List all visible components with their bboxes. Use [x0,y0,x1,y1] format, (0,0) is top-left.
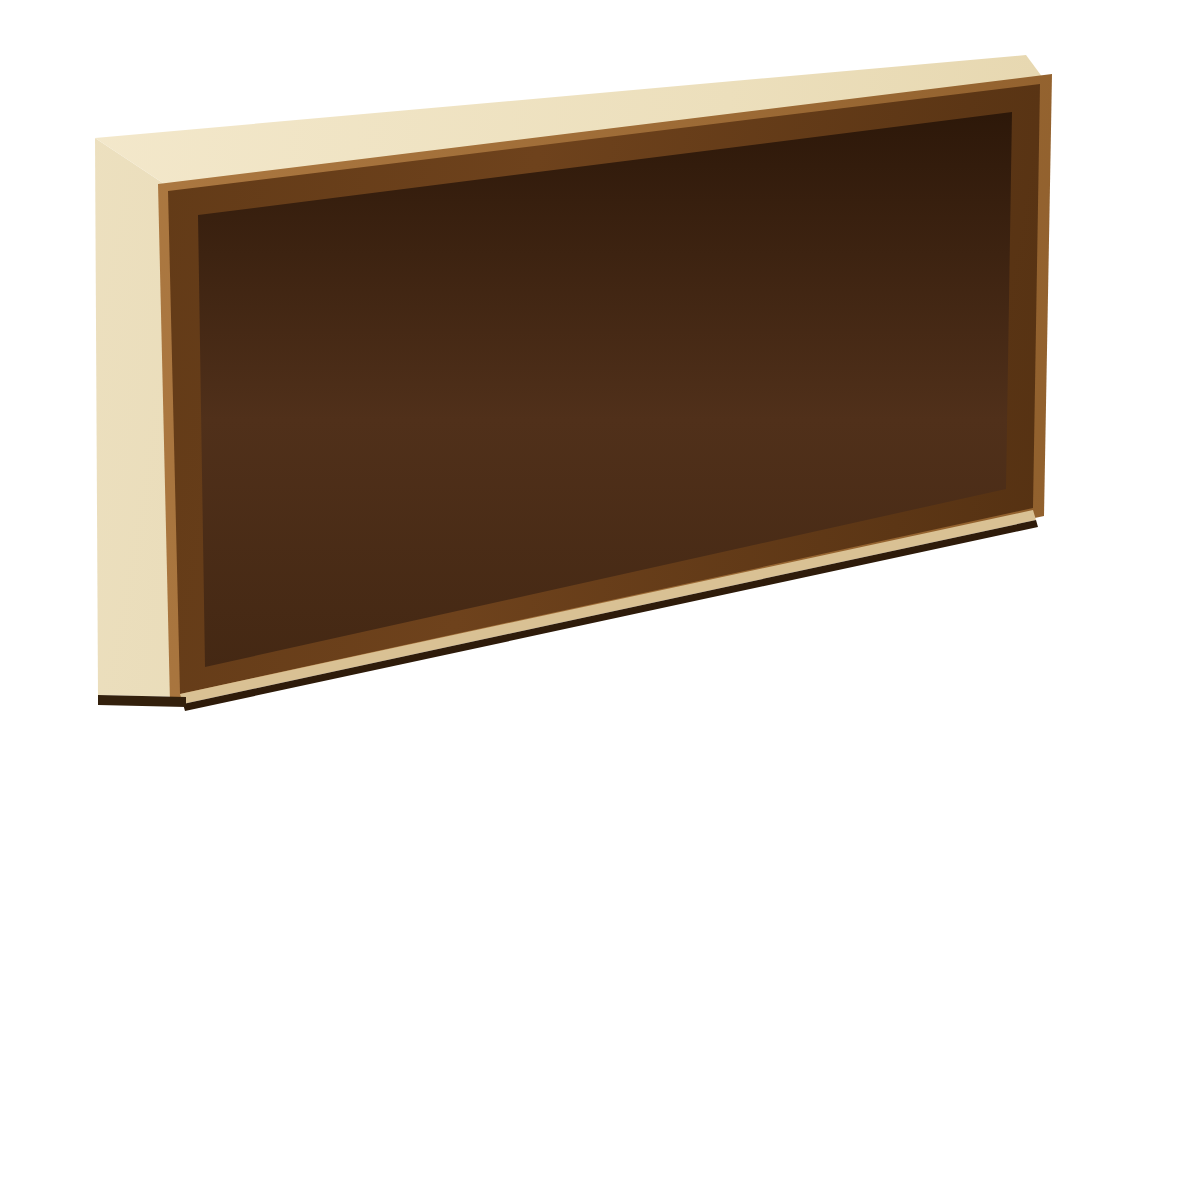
scene [0,0,1200,1200]
